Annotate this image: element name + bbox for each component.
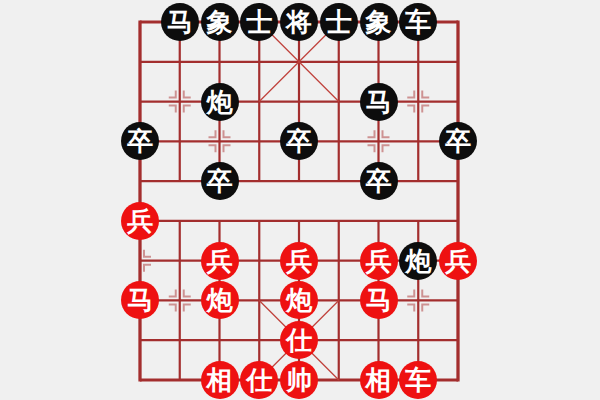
piece-red-chariot[interactable]: 车 [399,361,437,399]
piece-glyph: 车 [405,367,431,393]
board-cell[interactable]: 卒 [438,121,478,161]
piece-glyph: 兵 [286,248,312,274]
piece-glyph: 士 [326,9,352,35]
board-cell[interactable] [319,201,359,241]
board-cell[interactable] [120,2,160,42]
piece-glyph: 马 [366,287,392,313]
board-cell[interactable] [319,360,359,400]
board-cell[interactable] [120,82,160,122]
board-cell[interactable]: 马 [120,280,160,320]
board-cell[interactable] [319,82,359,122]
board-cell[interactable] [398,42,438,82]
board-cell[interactable]: 帅 [279,360,319,400]
piece-black-advisor[interactable]: 士 [240,3,278,41]
board-cell[interactable] [319,42,359,82]
piece-red-soldier[interactable]: 兵 [439,242,477,280]
board-cell[interactable] [398,161,438,201]
board-cell[interactable] [239,241,279,281]
board-cell[interactable]: 车 [398,360,438,400]
board-cell[interactable] [239,121,279,161]
board-cell[interactable] [239,280,279,320]
board-cell[interactable] [279,161,319,201]
piece-glyph: 车 [405,9,431,35]
piece-glyph: 象 [366,9,392,35]
piece-red-general[interactable]: 帅 [280,361,318,399]
board-cell[interactable] [319,161,359,201]
board-cell[interactable] [279,42,319,82]
board-cell[interactable] [160,121,200,161]
board-cell[interactable]: 兵 [359,241,399,281]
piece-glyph: 卒 [127,128,153,154]
piece-glyph: 马 [167,9,193,35]
piece-glyph: 马 [127,287,153,313]
board-cell[interactable]: 马 [160,2,200,42]
board-cell[interactable]: 卒 [120,121,160,161]
board-cell[interactable]: 仕 [239,360,279,400]
board-cell[interactable] [120,42,160,82]
board-cell[interactable] [438,2,478,42]
piece-red-horse[interactable]: 马 [121,281,159,319]
piece-glyph: 兵 [366,248,392,274]
board-cell[interactable] [438,42,478,82]
piece-glyph: 兵 [207,248,233,274]
board-cell[interactable] [279,201,319,241]
piece-red-soldier[interactable]: 兵 [360,242,398,280]
board-cell[interactable] [239,201,279,241]
piece-glyph: 马 [366,89,392,115]
board-cell[interactable] [438,360,478,400]
piece-black-elephant[interactable]: 象 [360,3,398,41]
board-cell[interactable]: 炮 [200,82,240,122]
board-cell[interactable] [160,241,200,281]
piece-black-soldier[interactable]: 卒 [439,122,477,160]
piece-black-soldier[interactable]: 卒 [280,122,318,160]
piece-black-cannon[interactable]: 炮 [201,83,239,121]
board-cell[interactable] [200,121,240,161]
board-cell[interactable]: 炮 [279,280,319,320]
board-cell[interactable] [160,42,200,82]
board-cell[interactable] [200,201,240,241]
board-cell[interactable] [279,82,319,122]
board-cell[interactable] [239,42,279,82]
piece-red-soldier[interactable]: 兵 [121,202,159,240]
board-cell[interactable]: 卒 [279,121,319,161]
board-cell[interactable] [120,360,160,400]
board-cell[interactable]: 炮 [200,280,240,320]
piece-glyph: 卒 [445,128,471,154]
board-cell[interactable] [359,320,399,360]
piece-glyph: 帅 [286,367,312,393]
piece-red-soldier[interactable]: 兵 [280,242,318,280]
board-cell[interactable] [160,161,200,201]
board-cell[interactable]: 兵 [279,241,319,281]
board-cell[interactable] [438,201,478,241]
board-cell[interactable] [160,201,200,241]
board-cell[interactable] [319,241,359,281]
board-cell[interactable] [160,82,200,122]
piece-black-horse[interactable]: 马 [360,83,398,121]
piece-black-elephant[interactable]: 象 [201,3,239,41]
piece-glyph: 炮 [286,287,312,313]
board-cell[interactable]: 马 [359,280,399,320]
board-cell[interactable]: 炮 [398,241,438,281]
piece-glyph: 兵 [445,248,471,274]
piece-black-chariot[interactable]: 车 [399,3,437,41]
piece-glyph: 卒 [286,128,312,154]
board-cell[interactable]: 车 [398,2,438,42]
piece-grid: 马象士将士象车炮马卒卒卒卒卒兵兵兵兵炮兵马炮炮马仕相仕帅相车 [120,2,478,400]
board-cell[interactable]: 将 [279,2,319,42]
board-cell[interactable]: 兵 [438,241,478,281]
board-cell[interactable] [398,320,438,360]
board-cell[interactable] [319,280,359,320]
board-cell[interactable]: 兵 [120,201,160,241]
piece-black-horse[interactable]: 马 [161,3,199,41]
board-cell[interactable]: 卒 [200,161,240,201]
board-cell[interactable] [239,82,279,122]
piece-red-elephant[interactable]: 相 [201,361,239,399]
board-cell[interactable] [200,42,240,82]
board-cell[interactable] [438,82,478,122]
board-cell[interactable]: 马 [359,82,399,122]
board-cell[interactable] [160,280,200,320]
piece-glyph: 士 [246,9,272,35]
piece-glyph: 卒 [366,168,392,194]
piece-black-cannon[interactable]: 炮 [399,242,437,280]
piece-black-soldier[interactable]: 卒 [121,122,159,160]
piece-glyph: 炮 [405,248,431,274]
board-cell[interactable] [319,121,359,161]
board-cell[interactable] [438,320,478,360]
board-cell[interactable]: 相 [359,360,399,400]
piece-glyph: 象 [207,9,233,35]
piece-glyph: 相 [207,367,233,393]
board-cell[interactable] [398,280,438,320]
piece-black-general[interactable]: 将 [280,3,318,41]
board-cell[interactable] [200,320,240,360]
board-cell[interactable]: 士 [239,2,279,42]
piece-glyph: 仕 [246,367,272,393]
board-cell[interactable] [398,121,438,161]
board-cell[interactable] [438,280,478,320]
board-cell[interactable] [120,241,160,281]
board-cell[interactable] [359,121,399,161]
piece-glyph: 仕 [286,327,312,353]
board-cell[interactable] [239,320,279,360]
piece-glyph: 炮 [207,287,233,313]
piece-red-horse[interactable]: 马 [360,281,398,319]
piece-black-advisor[interactable]: 士 [320,3,358,41]
board-cell[interactable] [398,201,438,241]
piece-black-soldier[interactable]: 卒 [360,162,398,200]
piece-red-cannon[interactable]: 炮 [280,281,318,319]
board-cell[interactable] [160,360,200,400]
piece-red-advisor[interactable]: 仕 [280,321,318,359]
piece-black-soldier[interactable]: 卒 [201,162,239,200]
piece-red-soldier[interactable]: 兵 [201,242,239,280]
board-cell[interactable] [438,161,478,201]
board-cell[interactable] [160,320,200,360]
board-cell[interactable] [239,161,279,201]
board-cell[interactable]: 仕 [279,320,319,360]
piece-glyph: 将 [286,9,312,35]
piece-red-advisor[interactable]: 仕 [240,361,278,399]
piece-red-elephant[interactable]: 相 [360,361,398,399]
board-cell[interactable]: 象 [200,2,240,42]
piece-glyph: 卒 [207,168,233,194]
piece-red-cannon[interactable]: 炮 [201,281,239,319]
board-cell[interactable]: 士 [319,2,359,42]
board-cell[interactable] [359,201,399,241]
piece-glyph: 炮 [207,89,233,115]
board-cell[interactable] [120,320,160,360]
board-cell[interactable] [359,42,399,82]
board-cell[interactable] [319,320,359,360]
xiangqi-board: 马象士将士象车炮马卒卒卒卒卒兵兵兵兵炮兵马炮炮马仕相仕帅相车 [0,0,600,400]
board-cell[interactable]: 相 [200,360,240,400]
piece-glyph: 相 [366,367,392,393]
board-cell[interactable]: 兵 [200,241,240,281]
board-cell[interactable]: 卒 [359,161,399,201]
board-cell[interactable]: 象 [359,2,399,42]
piece-glyph: 兵 [127,208,153,234]
board-cell[interactable] [120,161,160,201]
board-cell[interactable] [398,82,438,122]
